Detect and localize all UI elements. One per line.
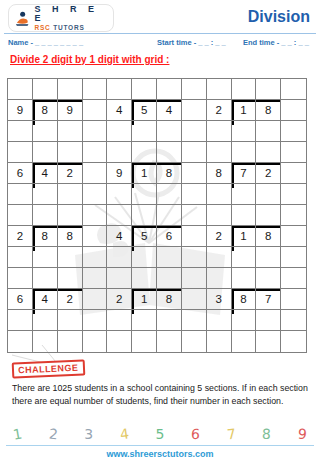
grid-cell — [232, 142, 257, 163]
bracket-tail — [33, 310, 35, 314]
divisor-cell: 6 — [8, 289, 33, 310]
grid-cell — [281, 310, 306, 331]
grid-cell — [182, 163, 207, 184]
grid-cell — [157, 247, 182, 268]
dividend-cell: 5 — [132, 226, 157, 247]
grid-cell — [107, 79, 132, 100]
grid-cell — [182, 310, 207, 331]
grid-cell — [281, 331, 306, 352]
grid-cell — [83, 205, 108, 226]
grid-cell — [232, 331, 257, 352]
grid-cell — [107, 310, 132, 331]
grid-cell — [8, 79, 33, 100]
decorative-digit: 7 — [226, 426, 237, 443]
challenge-stamp: CHALLENGE — [12, 359, 85, 378]
grid-cell — [33, 142, 58, 163]
grid-cell — [182, 121, 207, 142]
grid-cell — [8, 205, 33, 226]
divisor-cell: 6 — [8, 163, 33, 184]
grid-cell — [232, 310, 257, 331]
bracket-tail — [132, 310, 134, 314]
logo-tutors-text: TUTORS — [53, 24, 84, 31]
logo-subtext: RSC TUTORS — [34, 24, 113, 31]
grid-cell — [281, 79, 306, 100]
grid-cell — [83, 163, 108, 184]
divisor-cell: 3 — [207, 289, 232, 310]
grid-cell — [33, 310, 58, 331]
dividend-cell: 5 — [132, 100, 157, 121]
logo-icon — [14, 9, 30, 27]
challenge-question: There are 1025 students in a school cont… — [12, 382, 312, 408]
grid-cell — [157, 184, 182, 205]
grid-cell — [132, 205, 157, 226]
grid-cell — [58, 247, 83, 268]
divisor-cell: 9 — [107, 163, 132, 184]
grid-cell — [58, 310, 83, 331]
grid-cell — [107, 184, 132, 205]
dividend-cell: 1 — [232, 226, 257, 247]
worksheet-instruction: Divide 2 digit by 1 digit with grid : — [10, 54, 169, 65]
grid-cell — [58, 268, 83, 289]
grid-cell — [132, 184, 157, 205]
bracket-tail — [132, 121, 134, 125]
dividend-cell: 8 — [256, 100, 281, 121]
logo-shree-text: S H R E E — [34, 5, 113, 25]
grid-cell — [58, 142, 83, 163]
grid-cell — [182, 226, 207, 247]
grid-cell — [132, 121, 157, 142]
grid-cell — [33, 205, 58, 226]
grid-cell — [58, 79, 83, 100]
divisor-cell: 8 — [207, 163, 232, 184]
dividend-cell: 8 — [33, 226, 58, 247]
dividend-cell: 8 — [157, 289, 182, 310]
bracket-tail — [232, 121, 234, 125]
grid-cell — [182, 100, 207, 121]
grid-cell — [207, 247, 232, 268]
bracket-tail — [232, 310, 234, 314]
grid-cell — [58, 184, 83, 205]
start-time-label: Start time - _ _ : _ _ — [157, 38, 226, 47]
dividend-cell: 1 — [232, 100, 257, 121]
bracket-tail — [33, 121, 35, 125]
footer-divider — [6, 445, 314, 446]
end-time-label: End time - _ _ : _ _ — [243, 38, 309, 47]
grid-cell — [83, 142, 108, 163]
grid-cell — [8, 184, 33, 205]
grid-cell — [107, 121, 132, 142]
grid-cell — [132, 268, 157, 289]
grid-cell — [132, 331, 157, 352]
grid-cell — [33, 121, 58, 142]
divisor-cell: 2 — [207, 100, 232, 121]
grid-cell — [232, 247, 257, 268]
grid-cell — [83, 310, 108, 331]
grid-cell — [107, 331, 132, 352]
dividend-cell: 7 — [232, 163, 257, 184]
grid-cell — [8, 310, 33, 331]
bracket-tail — [132, 184, 134, 188]
grid-cell — [232, 79, 257, 100]
grid-cell — [132, 142, 157, 163]
dividend-cell: 8 — [157, 163, 182, 184]
divisor-cell: 9 — [8, 100, 33, 121]
dividend-cell: 8 — [256, 226, 281, 247]
grid-cell — [107, 205, 132, 226]
grid-cell — [83, 289, 108, 310]
name-field-label: Name - _ _ _ _ _ _ _ _ — [8, 38, 83, 47]
grid-cell — [207, 310, 232, 331]
grid-cell — [207, 142, 232, 163]
grid-cell — [182, 247, 207, 268]
decorative-digit: 1 — [12, 425, 24, 442]
grid-cell — [256, 247, 281, 268]
grid-cell — [83, 100, 108, 121]
grid-cell — [157, 331, 182, 352]
decorative-digit: 4 — [119, 425, 130, 442]
decorative-digit: 8 — [262, 426, 271, 442]
grid-cell — [281, 226, 306, 247]
decorative-digit-row: 123456789 — [13, 426, 307, 442]
dividend-cell: 7 — [256, 289, 281, 310]
grid-cell — [33, 79, 58, 100]
dividend-cell: 6 — [157, 226, 182, 247]
grid-cell — [107, 247, 132, 268]
bracket-tail — [33, 184, 35, 188]
grid-cell — [256, 268, 281, 289]
grid-cell — [8, 331, 33, 352]
bracket-tail — [33, 247, 35, 251]
grid-cell — [8, 268, 33, 289]
grid-cell — [256, 142, 281, 163]
grid-cell — [83, 331, 108, 352]
grid-cell — [232, 205, 257, 226]
decorative-digit: 3 — [84, 426, 93, 442]
grid-cell — [256, 331, 281, 352]
bracket-tail — [232, 184, 234, 188]
grid-cell — [281, 247, 306, 268]
grid-cell — [182, 142, 207, 163]
grid-cell — [182, 184, 207, 205]
grid-cell — [207, 205, 232, 226]
divisor-cell: 2 — [207, 226, 232, 247]
grid-cell — [182, 79, 207, 100]
decorative-digit: 6 — [191, 426, 201, 442]
dividend-cell: 8 — [232, 289, 257, 310]
grid-cell — [8, 247, 33, 268]
grid-cell — [157, 79, 182, 100]
grid-cell — [207, 268, 232, 289]
grid-cell — [182, 331, 207, 352]
bracket-tail — [132, 247, 134, 251]
grid-cell — [83, 184, 108, 205]
grid-cell — [232, 121, 257, 142]
grid-cell — [256, 205, 281, 226]
grid-cell — [207, 331, 232, 352]
divisor-cell: 2 — [107, 289, 132, 310]
grid-cell — [157, 268, 182, 289]
grid-cell — [281, 163, 306, 184]
grid-cell — [33, 184, 58, 205]
grid-cell — [232, 268, 257, 289]
dividend-cell: 9 — [58, 100, 83, 121]
bracket-tail — [232, 247, 234, 251]
dividend-cell: 4 — [157, 100, 182, 121]
decorative-digit: 9 — [297, 426, 307, 443]
dividend-cell: 4 — [33, 289, 58, 310]
dividend-cell: 8 — [33, 100, 58, 121]
meta-row: Name - _ _ _ _ _ _ _ _ Start time - _ _ … — [0, 38, 320, 50]
divisor-cell: 4 — [107, 226, 132, 247]
logo: S H R E E RSC TUTORS — [8, 4, 114, 32]
grid-cell — [157, 121, 182, 142]
divisor-cell: 4 — [107, 100, 132, 121]
grid-cell — [281, 289, 306, 310]
grid-cell — [157, 205, 182, 226]
grid-cell — [157, 310, 182, 331]
grid-cell — [281, 121, 306, 142]
page-title: Division — [248, 8, 310, 26]
grid-cell — [8, 121, 33, 142]
grid-cell — [107, 268, 132, 289]
grid-cell — [8, 142, 33, 163]
grid-cell — [281, 205, 306, 226]
grid-cell — [107, 142, 132, 163]
grid-cell — [83, 226, 108, 247]
grid-cell — [182, 205, 207, 226]
grid-cell — [281, 268, 306, 289]
dividend-cell: 1 — [132, 163, 157, 184]
dividend-cell: 4 — [33, 163, 58, 184]
division-grid: 989454218642918872288456218642218387 — [7, 78, 307, 353]
website-link[interactable]: www.shreersctutors.com — [0, 449, 320, 459]
grid-cell — [256, 184, 281, 205]
grid-cell — [132, 247, 157, 268]
worksheet-page: S H R E E RSC TUTORS Division Name - _ _… — [0, 0, 320, 463]
decorative-digit: 2 — [48, 426, 59, 443]
dividend-cell: 2 — [256, 163, 281, 184]
divisor-cell: 2 — [8, 226, 33, 247]
grid-cell — [83, 121, 108, 142]
grid-cell — [256, 310, 281, 331]
grid-cell — [232, 184, 257, 205]
grid-cell — [281, 142, 306, 163]
grid-cell — [256, 79, 281, 100]
grid-cell — [33, 331, 58, 352]
grid-cell — [207, 184, 232, 205]
grid-cell — [182, 268, 207, 289]
grid-cell — [132, 79, 157, 100]
dividend-cell: 2 — [58, 163, 83, 184]
grid-cell — [281, 100, 306, 121]
grid-cell — [256, 121, 281, 142]
dividend-cell: 8 — [58, 226, 83, 247]
header-divider — [4, 33, 316, 34]
grid-cell — [83, 79, 108, 100]
grid-cell — [58, 121, 83, 142]
decorative-digit: 5 — [156, 426, 165, 442]
dividend-cell: 1 — [132, 289, 157, 310]
grid-cell — [207, 121, 232, 142]
grid-cell — [207, 79, 232, 100]
grid-cell — [132, 310, 157, 331]
grid-cell — [182, 289, 207, 310]
grid-cell — [33, 268, 58, 289]
grid-cell — [58, 205, 83, 226]
logo-rsc-text: RSC — [34, 24, 50, 31]
grid-cell — [157, 142, 182, 163]
dividend-cell: 2 — [58, 289, 83, 310]
grid-cell — [33, 247, 58, 268]
grid-cell — [83, 247, 108, 268]
grid-cell — [281, 184, 306, 205]
grid-cell — [58, 331, 83, 352]
grid-cell — [83, 268, 108, 289]
